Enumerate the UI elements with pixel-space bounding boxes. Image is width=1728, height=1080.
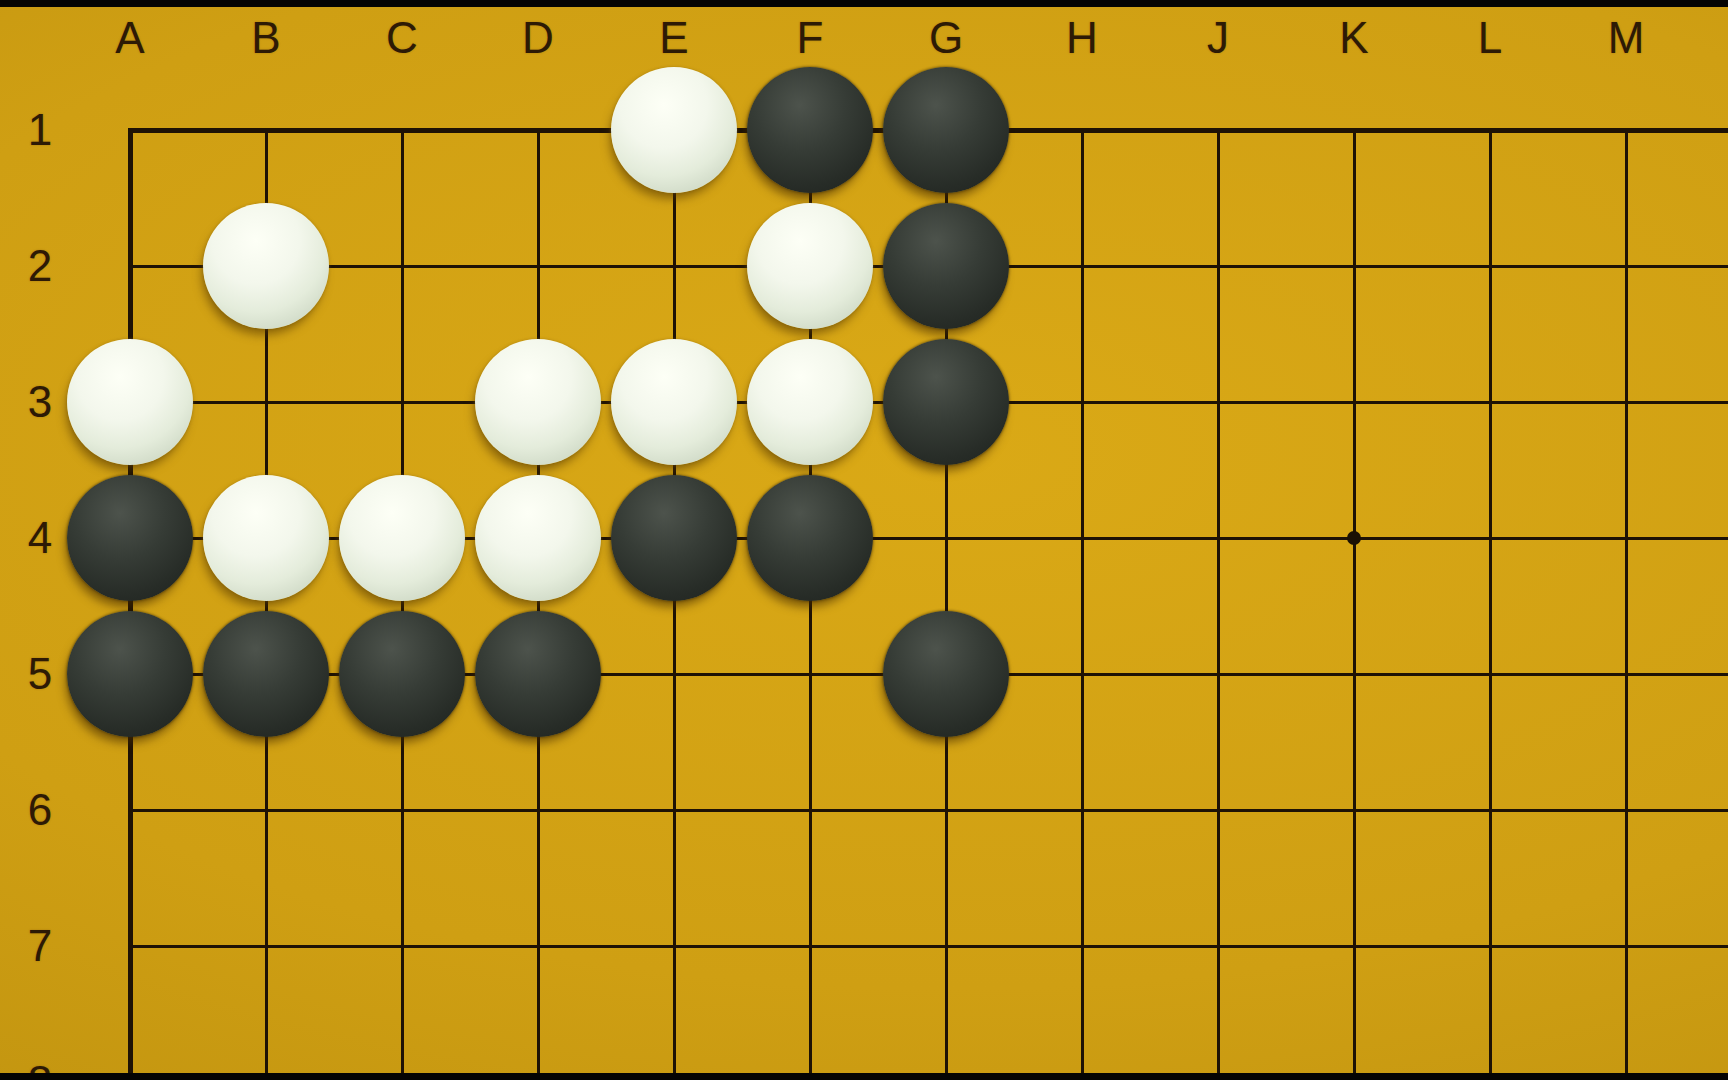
stone-black-G3 <box>883 339 1009 465</box>
stone-white-D3 <box>475 339 601 465</box>
stone-white-F2 <box>747 203 873 329</box>
intersection-D4[interactable] <box>470 470 606 606</box>
intersection-C8[interactable] <box>334 1014 470 1080</box>
intersection-J2[interactable] <box>1150 198 1286 334</box>
stone-white-D4 <box>475 475 601 601</box>
intersection-G6[interactable] <box>878 742 1014 878</box>
intersection-A2[interactable] <box>62 198 198 334</box>
intersection-J3[interactable] <box>1150 334 1286 470</box>
intersection-F2[interactable] <box>742 198 878 334</box>
intersection-J6[interactable] <box>1150 742 1286 878</box>
intersection-A4[interactable] <box>62 470 198 606</box>
intersection-E2[interactable] <box>606 198 742 334</box>
intersection-G8[interactable] <box>878 1014 1014 1080</box>
intersection-M3[interactable] <box>1558 334 1694 470</box>
intersection-M1[interactable] <box>1558 62 1694 198</box>
intersection-L8[interactable] <box>1422 1014 1558 1080</box>
stone-black-F1 <box>747 67 873 193</box>
intersection-J7[interactable] <box>1150 878 1286 1014</box>
intersection-K7[interactable] <box>1286 878 1422 1014</box>
col-label-K: K <box>1310 12 1398 64</box>
intersection-G1[interactable] <box>878 62 1014 198</box>
intersection-L1[interactable] <box>1422 62 1558 198</box>
letterbox-bottom-strip <box>0 1073 1728 1080</box>
intersection-D7[interactable] <box>470 878 606 1014</box>
intersection-J8[interactable] <box>1150 1014 1286 1080</box>
intersection-D5[interactable] <box>470 606 606 742</box>
stone-black-A4 <box>67 475 193 601</box>
intersection-B7[interactable] <box>198 878 334 1014</box>
col-label-F: F <box>766 12 854 64</box>
intersection-A6[interactable] <box>62 742 198 878</box>
intersection-E1[interactable] <box>606 62 742 198</box>
intersection-G2[interactable] <box>878 198 1014 334</box>
intersection-L7[interactable] <box>1422 878 1558 1014</box>
stone-black-E4 <box>611 475 737 601</box>
intersection-B1[interactable] <box>198 62 334 198</box>
star-point-K4 <box>1344 528 1364 548</box>
intersection-A3[interactable] <box>62 334 198 470</box>
intersection-F5[interactable] <box>742 606 878 742</box>
stone-white-A3 <box>67 339 193 465</box>
intersection-H6[interactable] <box>1014 742 1150 878</box>
intersection-E7[interactable] <box>606 878 742 1014</box>
intersection-D6[interactable] <box>470 742 606 878</box>
intersection-E3[interactable] <box>606 334 742 470</box>
intersection-K6[interactable] <box>1286 742 1422 878</box>
intersection-B2[interactable] <box>198 198 334 334</box>
intersection-G5[interactable] <box>878 606 1014 742</box>
intersection-C7[interactable] <box>334 878 470 1014</box>
col-label-E: E <box>630 12 718 64</box>
stone-black-G5 <box>883 611 1009 737</box>
col-label-J: J <box>1174 12 1262 64</box>
intersection-G4[interactable] <box>878 470 1014 606</box>
col-label-L: L <box>1446 12 1534 64</box>
board-grid <box>62 62 1694 1080</box>
intersection-A7[interactable] <box>62 878 198 1014</box>
stone-white-C4 <box>339 475 465 601</box>
intersection-A1[interactable] <box>62 62 198 198</box>
intersection-B6[interactable] <box>198 742 334 878</box>
col-label-B: B <box>222 12 310 64</box>
letterbox-top-strip <box>0 0 1728 7</box>
intersection-C5[interactable] <box>334 606 470 742</box>
intersection-J5[interactable] <box>1150 606 1286 742</box>
intersection-M4[interactable] <box>1558 470 1694 606</box>
intersection-E5[interactable] <box>606 606 742 742</box>
col-label-G: G <box>902 12 990 64</box>
stone-black-G1 <box>883 67 1009 193</box>
stone-white-B4 <box>203 475 329 601</box>
intersection-E4[interactable] <box>606 470 742 606</box>
intersection-B4[interactable] <box>198 470 334 606</box>
intersection-C3[interactable] <box>334 334 470 470</box>
stone-black-A5 <box>67 611 193 737</box>
stone-white-F3 <box>747 339 873 465</box>
intersection-D8[interactable] <box>470 1014 606 1080</box>
intersection-M2[interactable] <box>1558 198 1694 334</box>
intersection-M5[interactable] <box>1558 606 1694 742</box>
intersection-H4[interactable] <box>1014 470 1150 606</box>
intersection-K2[interactable] <box>1286 198 1422 334</box>
intersection-M6[interactable] <box>1558 742 1694 878</box>
intersection-K1[interactable] <box>1286 62 1422 198</box>
stone-black-G2 <box>883 203 1009 329</box>
intersection-L5[interactable] <box>1422 606 1558 742</box>
intersection-G3[interactable] <box>878 334 1014 470</box>
intersection-C2[interactable] <box>334 198 470 334</box>
intersection-B3[interactable] <box>198 334 334 470</box>
intersection-F1[interactable] <box>742 62 878 198</box>
intersection-E6[interactable] <box>606 742 742 878</box>
col-label-M: M <box>1582 12 1670 64</box>
intersection-A5[interactable] <box>62 606 198 742</box>
intersection-H5[interactable] <box>1014 606 1150 742</box>
intersection-L2[interactable] <box>1422 198 1558 334</box>
intersection-H7[interactable] <box>1014 878 1150 1014</box>
intersection-L4[interactable] <box>1422 470 1558 606</box>
intersection-B5[interactable] <box>198 606 334 742</box>
stone-black-B5 <box>203 611 329 737</box>
intersection-A8[interactable] <box>62 1014 198 1080</box>
intersection-H2[interactable] <box>1014 198 1150 334</box>
stone-white-B2 <box>203 203 329 329</box>
intersection-F8[interactable] <box>742 1014 878 1080</box>
stone-white-E3 <box>611 339 737 465</box>
intersection-K8[interactable] <box>1286 1014 1422 1080</box>
intersection-K3[interactable] <box>1286 334 1422 470</box>
intersection-M7[interactable] <box>1558 878 1694 1014</box>
intersection-H3[interactable] <box>1014 334 1150 470</box>
intersection-F6[interactable] <box>742 742 878 878</box>
stone-black-C5 <box>339 611 465 737</box>
col-label-C: C <box>358 12 446 64</box>
intersection-J4[interactable] <box>1150 470 1286 606</box>
stone-white-E1 <box>611 67 737 193</box>
intersection-B8[interactable] <box>198 1014 334 1080</box>
intersection-F4[interactable] <box>742 470 878 606</box>
intersection-K4[interactable] <box>1286 470 1422 606</box>
intersection-G7[interactable] <box>878 878 1014 1014</box>
intersection-H1[interactable] <box>1014 62 1150 198</box>
stone-black-F4 <box>747 475 873 601</box>
col-label-A: A <box>86 12 174 64</box>
col-label-D: D <box>494 12 582 64</box>
intersection-D3[interactable] <box>470 334 606 470</box>
intersection-F3[interactable] <box>742 334 878 470</box>
go-board-screenshot: ABCDEFGHJKLM12345678 <box>0 0 1728 1080</box>
intersection-J1[interactable] <box>1150 62 1286 198</box>
intersection-C6[interactable] <box>334 742 470 878</box>
intersection-L3[interactable] <box>1422 334 1558 470</box>
intersection-M8[interactable] <box>1558 1014 1694 1080</box>
intersection-F7[interactable] <box>742 878 878 1014</box>
intersection-H8[interactable] <box>1014 1014 1150 1080</box>
intersection-D2[interactable] <box>470 198 606 334</box>
stone-black-D5 <box>475 611 601 737</box>
intersection-C4[interactable] <box>334 470 470 606</box>
intersection-L6[interactable] <box>1422 742 1558 878</box>
intersection-C1[interactable] <box>334 62 470 198</box>
intersection-D1[interactable] <box>470 62 606 198</box>
intersection-K5[interactable] <box>1286 606 1422 742</box>
intersection-E8[interactable] <box>606 1014 742 1080</box>
col-label-H: H <box>1038 12 1126 64</box>
